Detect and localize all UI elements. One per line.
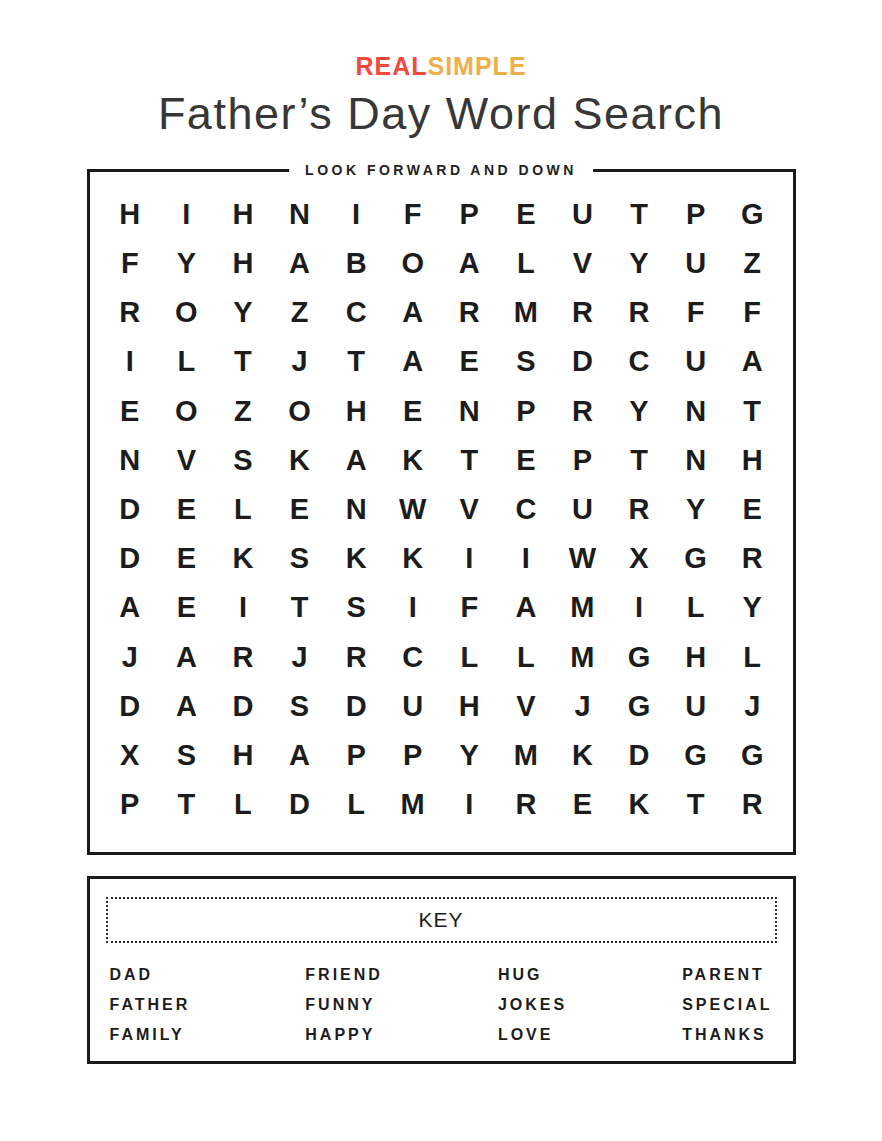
grid-cell-r9c7[interactable]: F: [441, 583, 498, 632]
grid-cell-r6c1[interactable]: N: [102, 436, 159, 485]
grid-cell-r1c8[interactable]: E: [498, 190, 555, 239]
grid-cell-r9c1[interactable]: A: [102, 583, 159, 632]
grid-cell-r3c10[interactable]: R: [611, 288, 668, 337]
grid-cell-r2c7[interactable]: A: [441, 239, 498, 288]
key-word-column-1: DADFATHERFAMILY: [110, 960, 191, 1050]
grid-cell-r4c10[interactable]: C: [611, 337, 668, 386]
brand-logo-simple: SIMPLE: [427, 52, 526, 80]
grid-cell-r1c1[interactable]: H: [102, 190, 159, 239]
grid-cell-r6c7[interactable]: T: [441, 436, 498, 485]
grid-cell-r2c2[interactable]: Y: [158, 239, 215, 288]
key-word-column-4: PARENTSPECIALTHANKS: [682, 960, 772, 1050]
grid-cell-r5c4[interactable]: O: [271, 386, 328, 435]
grid-cell-r13c1[interactable]: P: [102, 780, 159, 829]
worksheet-page: REALSIMPLE Father’s Day Word Search LOOK…: [0, 0, 882, 1141]
grid-cell-r11c3[interactable]: D: [215, 682, 272, 731]
grid-cell-r1c3[interactable]: H: [215, 190, 272, 239]
grid-cell-r7c6[interactable]: W: [384, 485, 441, 534]
grid-cell-r8c10[interactable]: X: [611, 534, 668, 583]
grid-cell-r5c10[interactable]: Y: [611, 386, 668, 435]
grid-cell-r8c3[interactable]: K: [215, 534, 272, 583]
grid-cell-r12c7[interactable]: Y: [441, 731, 498, 780]
grid-cell-r6c6[interactable]: K: [384, 436, 441, 485]
grid-cell-r1c11[interactable]: P: [667, 190, 724, 239]
grid-cell-r2c3[interactable]: H: [215, 239, 272, 288]
grid-cell-r2c4[interactable]: A: [271, 239, 328, 288]
grid-cell-r10c7[interactable]: L: [441, 633, 498, 682]
grid-cell-r11c12[interactable]: J: [724, 682, 781, 731]
grid-cell-r9c5[interactable]: S: [328, 583, 385, 632]
grid-cell-r1c10[interactable]: T: [611, 190, 668, 239]
grid-cell-r8c8[interactable]: I: [498, 534, 555, 583]
grid-cell-r7c5[interactable]: N: [328, 485, 385, 534]
grid-cell-r4c11[interactable]: U: [667, 337, 724, 386]
grid-cell-r13c11[interactable]: T: [667, 780, 724, 829]
grid-cell-r7c11[interactable]: Y: [667, 485, 724, 534]
grid-cell-r10c5[interactable]: R: [328, 633, 385, 682]
grid-cell-r8c9[interactable]: W: [554, 534, 611, 583]
grid-cell-r7c8[interactable]: C: [498, 485, 555, 534]
grid-cell-r4c4[interactable]: J: [271, 337, 328, 386]
grid-cell-r13c6[interactable]: M: [384, 780, 441, 829]
key-word-love: LOVE: [498, 1020, 567, 1050]
grid-cell-r9c2[interactable]: E: [158, 583, 215, 632]
key-title: KEY: [418, 908, 463, 932]
grid-cell-r6c3[interactable]: S: [215, 436, 272, 485]
grid-cell-r12c5[interactable]: P: [328, 731, 385, 780]
grid-cell-r5c12[interactable]: T: [724, 386, 781, 435]
grid-cell-r3c2[interactable]: O: [158, 288, 215, 337]
grid-cell-r5c11[interactable]: N: [667, 386, 724, 435]
grid-cell-r5c9[interactable]: R: [554, 386, 611, 435]
key-word-special: SPECIAL: [682, 990, 772, 1020]
grid-cell-r4c7[interactable]: E: [441, 337, 498, 386]
key-word-column-2: FRIENDFUNNYHAPPY: [305, 960, 383, 1050]
grid-cell-r4c12[interactable]: A: [724, 337, 781, 386]
key-word-jokes: JOKES: [498, 990, 567, 1020]
grid-cell-r12c12[interactable]: G: [724, 731, 781, 780]
grid-cell-r3c1[interactable]: R: [102, 288, 159, 337]
brand-logo: REALSIMPLE: [0, 54, 882, 79]
grid-cell-r10c9[interactable]: M: [554, 633, 611, 682]
grid-cell-r9c9[interactable]: M: [554, 583, 611, 632]
grid-cell-r13c4[interactable]: D: [271, 780, 328, 829]
grid-cell-r1c6[interactable]: F: [384, 190, 441, 239]
grid-cell-r9c11[interactable]: L: [667, 583, 724, 632]
key-word-parent: PARENT: [682, 960, 772, 990]
grid-cell-r8c2[interactable]: E: [158, 534, 215, 583]
grid-cell-r11c8[interactable]: V: [498, 682, 555, 731]
grid-cell-r3c12[interactable]: F: [724, 288, 781, 337]
grid-cell-r7c1[interactable]: D: [102, 485, 159, 534]
grid-cell-r3c9[interactable]: R: [554, 288, 611, 337]
letter-grid: HIHNIFPEUTPGFYHABOALVYUZROYZCARMRRFFILTJ…: [102, 190, 781, 830]
grid-cell-r4c9[interactable]: D: [554, 337, 611, 386]
grid-cell-r1c2[interactable]: I: [158, 190, 215, 239]
grid-cell-r5c6[interactable]: E: [384, 386, 441, 435]
grid-cell-r7c7[interactable]: V: [441, 485, 498, 534]
grid-cell-r10c6[interactable]: C: [384, 633, 441, 682]
grid-cell-r1c5[interactable]: I: [328, 190, 385, 239]
grid-cell-r12c6[interactable]: P: [384, 731, 441, 780]
grid-cell-r5c7[interactable]: N: [441, 386, 498, 435]
grid-cell-r2c12[interactable]: Z: [724, 239, 781, 288]
grid-cell-r11c7[interactable]: H: [441, 682, 498, 731]
grid-cell-r10c11[interactable]: H: [667, 633, 724, 682]
word-search-board: LOOK FORWARD AND DOWN HIHNIFPEUTPGFYHABO…: [87, 169, 796, 855]
grid-cell-r11c9[interactable]: J: [554, 682, 611, 731]
grid-cell-r11c11[interactable]: U: [667, 682, 724, 731]
grid-cell-r8c7[interactable]: I: [441, 534, 498, 583]
key-section: KEY DADFATHERFAMILYFRIENDFUNNYHAPPYHUGJO…: [87, 876, 796, 1064]
brand-logo-real: REAL: [355, 52, 427, 80]
grid-cell-r7c12[interactable]: E: [724, 485, 781, 534]
grid-cell-r12c1[interactable]: X: [102, 731, 159, 780]
grid-cell-r3c3[interactable]: Y: [215, 288, 272, 337]
grid-cell-r3c7[interactable]: R: [441, 288, 498, 337]
grid-cell-r4c6[interactable]: A: [384, 337, 441, 386]
grid-cell-r5c3[interactable]: Z: [215, 386, 272, 435]
grid-cell-r12c9[interactable]: K: [554, 731, 611, 780]
grid-cell-r9c12[interactable]: Y: [724, 583, 781, 632]
grid-cell-r13c3[interactable]: L: [215, 780, 272, 829]
grid-cell-r11c5[interactable]: D: [328, 682, 385, 731]
grid-cell-r7c4[interactable]: E: [271, 485, 328, 534]
grid-cell-r10c10[interactable]: G: [611, 633, 668, 682]
grid-cell-r8c5[interactable]: K: [328, 534, 385, 583]
grid-cell-r6c4[interactable]: K: [271, 436, 328, 485]
grid-cell-r12c3[interactable]: H: [215, 731, 272, 780]
grid-cell-r2c6[interactable]: O: [384, 239, 441, 288]
grid-cell-r3c4[interactable]: Z: [271, 288, 328, 337]
key-word-hug: HUG: [498, 960, 567, 990]
grid-cell-r8c1[interactable]: D: [102, 534, 159, 583]
grid-cell-r12c2[interactable]: S: [158, 731, 215, 780]
grid-cell-r6c12[interactable]: H: [724, 436, 781, 485]
grid-cell-r3c8[interactable]: M: [498, 288, 555, 337]
grid-cell-r10c8[interactable]: L: [498, 633, 555, 682]
grid-cell-r7c10[interactable]: R: [611, 485, 668, 534]
grid-cell-r10c1[interactable]: J: [102, 633, 159, 682]
grid-cell-r10c3[interactable]: R: [215, 633, 272, 682]
grid-cell-r9c3[interactable]: I: [215, 583, 272, 632]
key-word-dad: DAD: [110, 960, 191, 990]
grid-cell-r9c8[interactable]: A: [498, 583, 555, 632]
grid-cell-r12c10[interactable]: D: [611, 731, 668, 780]
grid-cell-r6c8[interactable]: E: [498, 436, 555, 485]
grid-cell-r5c8[interactable]: P: [498, 386, 555, 435]
grid-cell-r6c11[interactable]: N: [667, 436, 724, 485]
grid-cell-r13c9[interactable]: E: [554, 780, 611, 829]
grid-cell-r13c12[interactable]: R: [724, 780, 781, 829]
grid-cell-r8c6[interactable]: K: [384, 534, 441, 583]
grid-cell-r5c5[interactable]: H: [328, 386, 385, 435]
grid-cell-r13c5[interactable]: L: [328, 780, 385, 829]
grid-cell-r2c11[interactable]: U: [667, 239, 724, 288]
grid-cell-r7c9[interactable]: U: [554, 485, 611, 534]
grid-cell-r12c8[interactable]: M: [498, 731, 555, 780]
grid-cell-r2c10[interactable]: Y: [611, 239, 668, 288]
grid-cell-r11c6[interactable]: U: [384, 682, 441, 731]
word-list: DADFATHERFAMILYFRIENDFUNNYHAPPYHUGJOKESL…: [106, 960, 777, 1050]
grid-cell-r2c5[interactable]: B: [328, 239, 385, 288]
grid-cell-r2c9[interactable]: V: [554, 239, 611, 288]
key-word-father: FATHER: [110, 990, 191, 1020]
key-word-family: FAMILY: [110, 1020, 191, 1050]
grid-cell-r3c5[interactable]: C: [328, 288, 385, 337]
grid-cell-r1c12[interactable]: G: [724, 190, 781, 239]
key-word-thanks: THANKS: [682, 1020, 772, 1050]
page-title: Father’s Day Word Search: [0, 89, 882, 139]
grid-cell-r1c9[interactable]: U: [554, 190, 611, 239]
grid-cell-r12c4[interactable]: A: [271, 731, 328, 780]
grid-cell-r5c2[interactable]: O: [158, 386, 215, 435]
grid-cell-r11c4[interactable]: S: [271, 682, 328, 731]
grid-cell-r6c5[interactable]: A: [328, 436, 385, 485]
key-word-funny: FUNNY: [305, 990, 383, 1020]
grid-cell-r9c4[interactable]: T: [271, 583, 328, 632]
grid-cell-r2c1[interactable]: F: [102, 239, 159, 288]
key-word-friend: FRIEND: [305, 960, 383, 990]
grid-cell-r11c1[interactable]: D: [102, 682, 159, 731]
grid-cell-r7c2[interactable]: E: [158, 485, 215, 534]
grid-cell-r1c7[interactable]: P: [441, 190, 498, 239]
grid-cell-r3c11[interactable]: F: [667, 288, 724, 337]
grid-cell-r13c2[interactable]: T: [158, 780, 215, 829]
grid-cell-r8c11[interactable]: G: [667, 534, 724, 583]
grid-cell-r4c5[interactable]: T: [328, 337, 385, 386]
grid-cell-r3c6[interactable]: A: [384, 288, 441, 337]
grid-cell-r4c8[interactable]: S: [498, 337, 555, 386]
instruction-banner: LOOK FORWARD AND DOWN: [289, 162, 593, 178]
grid-cell-r10c12[interactable]: L: [724, 633, 781, 682]
grid-cell-r6c10[interactable]: T: [611, 436, 668, 485]
key-word-happy: HAPPY: [305, 1020, 383, 1050]
key-title-box: KEY: [106, 897, 777, 943]
grid-cell-r11c2[interactable]: A: [158, 682, 215, 731]
grid-cell-r13c7[interactable]: I: [441, 780, 498, 829]
grid-cell-r11c10[interactable]: G: [611, 682, 668, 731]
grid-cell-r4c1[interactable]: I: [102, 337, 159, 386]
grid-cell-r13c8[interactable]: R: [498, 780, 555, 829]
grid-cell-r8c4[interactable]: S: [271, 534, 328, 583]
grid-cell-r4c2[interactable]: L: [158, 337, 215, 386]
grid-cell-r13c10[interactable]: K: [611, 780, 668, 829]
grid-cell-r9c10[interactable]: I: [611, 583, 668, 632]
grid-cell-r5c1[interactable]: E: [102, 386, 159, 435]
grid-cell-r6c9[interactable]: P: [554, 436, 611, 485]
grid-cell-r1c4[interactable]: N: [271, 190, 328, 239]
grid-cell-r10c2[interactable]: A: [158, 633, 215, 682]
grid-cell-r7c3[interactable]: L: [215, 485, 272, 534]
grid-cell-r12c11[interactable]: G: [667, 731, 724, 780]
grid-cell-r4c3[interactable]: T: [215, 337, 272, 386]
grid-cell-r10c4[interactable]: J: [271, 633, 328, 682]
grid-cell-r2c8[interactable]: L: [498, 239, 555, 288]
key-word-column-3: HUGJOKESLOVE: [498, 960, 567, 1050]
grid-cell-r6c2[interactable]: V: [158, 436, 215, 485]
grid-cell-r9c6[interactable]: I: [384, 583, 441, 632]
grid-cell-r8c12[interactable]: R: [724, 534, 781, 583]
